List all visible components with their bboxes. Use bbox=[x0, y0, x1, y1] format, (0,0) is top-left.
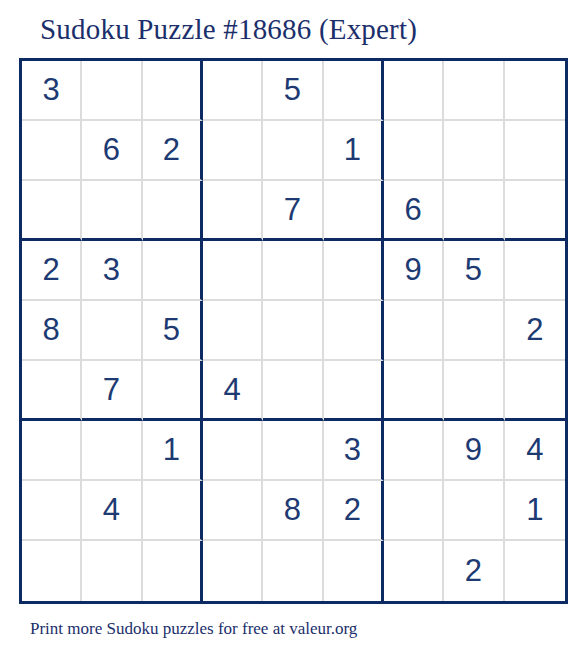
sudoku-cell-r4c5[interactable] bbox=[263, 241, 323, 301]
sudoku-cell-r1c2[interactable] bbox=[82, 61, 142, 121]
sudoku-cell-r9c9[interactable] bbox=[505, 541, 565, 601]
sudoku-cell-r6c5[interactable] bbox=[263, 361, 323, 421]
sudoku-cell-r8c2[interactable]: 4 bbox=[82, 481, 142, 541]
sudoku-cell-r5c8[interactable] bbox=[444, 301, 504, 361]
sudoku-cell-r4c3[interactable] bbox=[143, 241, 203, 301]
sudoku-board: 3562176239585274139448212 bbox=[19, 58, 568, 604]
footer-text: Print more Sudoku puzzles for free at va… bbox=[30, 619, 580, 639]
sudoku-cell-r3c8[interactable] bbox=[444, 181, 504, 241]
sudoku-cell-r5c9[interactable]: 2 bbox=[505, 301, 565, 361]
sudoku-cell-r2c1[interactable] bbox=[22, 121, 82, 181]
sudoku-cell-r4c1[interactable]: 2 bbox=[22, 241, 82, 301]
sudoku-cell-r9c4[interactable] bbox=[203, 541, 263, 601]
sudoku-cell-r7c3[interactable]: 1 bbox=[143, 421, 203, 481]
sudoku-cell-r8c6[interactable]: 2 bbox=[324, 481, 384, 541]
sudoku-cell-r6c4[interactable]: 4 bbox=[203, 361, 263, 421]
sudoku-cell-r6c7[interactable] bbox=[384, 361, 444, 421]
sudoku-cell-r9c1[interactable] bbox=[22, 541, 82, 601]
sudoku-cell-r1c1[interactable]: 3 bbox=[22, 61, 82, 121]
sudoku-cell-r8c5[interactable]: 8 bbox=[263, 481, 323, 541]
page-title: Sudoku Puzzle #18686 (Expert) bbox=[40, 13, 580, 46]
sudoku-cell-r1c6[interactable] bbox=[324, 61, 384, 121]
sudoku-cell-r4c9[interactable] bbox=[505, 241, 565, 301]
sudoku-cell-r1c3[interactable] bbox=[143, 61, 203, 121]
sudoku-cell-r2c5[interactable] bbox=[263, 121, 323, 181]
sudoku-cell-r6c8[interactable] bbox=[444, 361, 504, 421]
sudoku-cell-r7c7[interactable] bbox=[384, 421, 444, 481]
sudoku-cell-r5c7[interactable] bbox=[384, 301, 444, 361]
sudoku-cell-r7c6[interactable]: 3 bbox=[324, 421, 384, 481]
sudoku-cell-r4c4[interactable] bbox=[203, 241, 263, 301]
sudoku-cell-r8c9[interactable]: 1 bbox=[505, 481, 565, 541]
sudoku-cell-r2c8[interactable] bbox=[444, 121, 504, 181]
sudoku-cell-r4c8[interactable]: 5 bbox=[444, 241, 504, 301]
sudoku-cell-r8c3[interactable] bbox=[143, 481, 203, 541]
sudoku-cell-r7c8[interactable]: 9 bbox=[444, 421, 504, 481]
sudoku-cell-r6c3[interactable] bbox=[143, 361, 203, 421]
sudoku-cell-r8c7[interactable] bbox=[384, 481, 444, 541]
sudoku-cell-r5c4[interactable] bbox=[203, 301, 263, 361]
sudoku-cell-r2c3[interactable]: 2 bbox=[143, 121, 203, 181]
sudoku-cell-r6c1[interactable] bbox=[22, 361, 82, 421]
sudoku-cell-r4c7[interactable]: 9 bbox=[384, 241, 444, 301]
sudoku-cell-r2c2[interactable]: 6 bbox=[82, 121, 142, 181]
sudoku-cell-r6c6[interactable] bbox=[324, 361, 384, 421]
sudoku-cell-r5c6[interactable] bbox=[324, 301, 384, 361]
sudoku-cell-r1c9[interactable] bbox=[505, 61, 565, 121]
sudoku-cell-r3c3[interactable] bbox=[143, 181, 203, 241]
sudoku-cell-r7c4[interactable] bbox=[203, 421, 263, 481]
sudoku-cell-r5c3[interactable]: 5 bbox=[143, 301, 203, 361]
sudoku-cell-r9c2[interactable] bbox=[82, 541, 142, 601]
sudoku-cell-r3c4[interactable] bbox=[203, 181, 263, 241]
sudoku-cell-r9c5[interactable] bbox=[263, 541, 323, 601]
sudoku-cell-r9c6[interactable] bbox=[324, 541, 384, 601]
sudoku-cell-r1c5[interactable]: 5 bbox=[263, 61, 323, 121]
sudoku-cell-r5c1[interactable]: 8 bbox=[22, 301, 82, 361]
sudoku-cell-r7c5[interactable] bbox=[263, 421, 323, 481]
sudoku-cell-r8c8[interactable] bbox=[444, 481, 504, 541]
sudoku-cell-r6c9[interactable] bbox=[505, 361, 565, 421]
sudoku-cell-r3c7[interactable]: 6 bbox=[384, 181, 444, 241]
sudoku-cell-r8c4[interactable] bbox=[203, 481, 263, 541]
sudoku-cell-r1c8[interactable] bbox=[444, 61, 504, 121]
sudoku-cell-r6c2[interactable]: 7 bbox=[82, 361, 142, 421]
sudoku-cell-r8c1[interactable] bbox=[22, 481, 82, 541]
sudoku-cell-r2c9[interactable] bbox=[505, 121, 565, 181]
sudoku-cell-r7c9[interactable]: 4 bbox=[505, 421, 565, 481]
sudoku-cell-r3c6[interactable] bbox=[324, 181, 384, 241]
sudoku-cell-r9c3[interactable] bbox=[143, 541, 203, 601]
sudoku-cell-r9c8[interactable]: 2 bbox=[444, 541, 504, 601]
sudoku-cell-r5c2[interactable] bbox=[82, 301, 142, 361]
sudoku-cell-r3c9[interactable] bbox=[505, 181, 565, 241]
sudoku-cell-r3c5[interactable]: 7 bbox=[263, 181, 323, 241]
sudoku-cell-r4c6[interactable] bbox=[324, 241, 384, 301]
sudoku-cell-r5c5[interactable] bbox=[263, 301, 323, 361]
sudoku-cell-r2c7[interactable] bbox=[384, 121, 444, 181]
sudoku-cell-r1c4[interactable] bbox=[203, 61, 263, 121]
sudoku-cell-r3c1[interactable] bbox=[22, 181, 82, 241]
sudoku-cell-r2c6[interactable]: 1 bbox=[324, 121, 384, 181]
sudoku-cell-r7c2[interactable] bbox=[82, 421, 142, 481]
sudoku-cell-r9c7[interactable] bbox=[384, 541, 444, 601]
sudoku-cell-r4c2[interactable]: 3 bbox=[82, 241, 142, 301]
page: Sudoku Puzzle #18686 (Expert) 3562176239… bbox=[0, 13, 580, 639]
sudoku-cell-r2c4[interactable] bbox=[203, 121, 263, 181]
sudoku-cell-r7c1[interactable] bbox=[22, 421, 82, 481]
sudoku-cell-r3c2[interactable] bbox=[82, 181, 142, 241]
sudoku-cell-r1c7[interactable] bbox=[384, 61, 444, 121]
